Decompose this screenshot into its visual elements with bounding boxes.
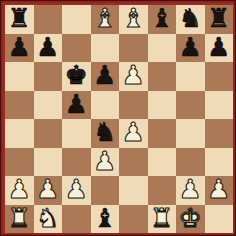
square-f4[interactable] — [148, 119, 177, 148]
square-a7[interactable]: ♟ — [5, 34, 34, 63]
square-d2[interactable] — [91, 176, 120, 205]
square-g4[interactable] — [176, 119, 205, 148]
square-e8[interactable]: ♝ — [119, 5, 148, 34]
square-c5[interactable]: ♟ — [62, 91, 91, 120]
square-g1[interactable]: ♚ — [176, 205, 205, 234]
square-e3[interactable] — [119, 148, 148, 177]
piece-black-bishop: ♝ — [150, 5, 173, 33]
piece-white-pawn: ♟ — [36, 176, 59, 204]
square-c3[interactable] — [62, 148, 91, 177]
square-f3[interactable] — [148, 148, 177, 177]
square-c1[interactable] — [62, 205, 91, 234]
square-g3[interactable] — [176, 148, 205, 177]
board-frame: ♜♝♝♝♞♜♟♟♟♟♚♟♟♟♞♟♟♟♟♟♟♟♜♞♝♜♚ — [0, 0, 236, 236]
square-f5[interactable] — [148, 91, 177, 120]
square-d3[interactable]: ♟ — [91, 148, 120, 177]
square-h2[interactable]: ♟ — [205, 176, 234, 205]
square-g8[interactable]: ♞ — [176, 5, 205, 34]
square-f7[interactable] — [148, 34, 177, 63]
piece-white-king: ♚ — [179, 205, 202, 233]
square-d8[interactable]: ♝ — [91, 5, 120, 34]
square-e7[interactable] — [119, 34, 148, 63]
square-a2[interactable]: ♟ — [5, 176, 34, 205]
square-a4[interactable] — [5, 119, 34, 148]
square-a3[interactable] — [5, 148, 34, 177]
piece-black-rook: ♜ — [207, 5, 230, 33]
piece-black-knight: ♞ — [179, 5, 202, 33]
piece-white-pawn: ♟ — [8, 176, 31, 204]
square-g7[interactable]: ♟ — [176, 34, 205, 63]
square-g2[interactable]: ♟ — [176, 176, 205, 205]
piece-white-pawn: ♟ — [122, 119, 145, 147]
square-h8[interactable]: ♜ — [205, 5, 234, 34]
piece-black-bishop: ♝ — [93, 205, 116, 233]
square-g5[interactable] — [176, 91, 205, 120]
square-f1[interactable]: ♜ — [148, 205, 177, 234]
piece-white-pawn: ♟ — [207, 176, 230, 204]
square-d1[interactable]: ♝ — [91, 205, 120, 234]
piece-white-bishop: ♝ — [122, 5, 145, 33]
piece-white-rook: ♜ — [150, 205, 173, 233]
piece-white-rook: ♜ — [8, 205, 31, 233]
square-f6[interactable] — [148, 62, 177, 91]
square-e1[interactable] — [119, 205, 148, 234]
square-a6[interactable] — [5, 62, 34, 91]
square-c6[interactable]: ♚ — [62, 62, 91, 91]
square-d4[interactable]: ♞ — [91, 119, 120, 148]
square-b7[interactable]: ♟ — [34, 34, 63, 63]
square-b2[interactable]: ♟ — [34, 176, 63, 205]
piece-black-pawn: ♟ — [8, 34, 31, 62]
piece-black-pawn: ♟ — [179, 34, 202, 62]
square-b1[interactable]: ♞ — [34, 205, 63, 234]
square-c7[interactable] — [62, 34, 91, 63]
square-b5[interactable] — [34, 91, 63, 120]
square-h4[interactable] — [205, 119, 234, 148]
piece-white-knight: ♞ — [36, 205, 59, 233]
square-d7[interactable] — [91, 34, 120, 63]
square-b3[interactable] — [34, 148, 63, 177]
piece-white-pawn: ♟ — [122, 62, 145, 90]
square-a8[interactable]: ♜ — [5, 5, 34, 34]
square-h5[interactable] — [205, 91, 234, 120]
square-h7[interactable]: ♟ — [205, 34, 234, 63]
square-f2[interactable] — [148, 176, 177, 205]
piece-white-pawn: ♟ — [65, 176, 88, 204]
square-c4[interactable] — [62, 119, 91, 148]
piece-white-pawn: ♟ — [93, 148, 116, 176]
piece-white-pawn: ♟ — [179, 176, 202, 204]
square-a1[interactable]: ♜ — [5, 205, 34, 234]
square-b4[interactable] — [34, 119, 63, 148]
square-e6[interactable]: ♟ — [119, 62, 148, 91]
square-e5[interactable] — [119, 91, 148, 120]
square-f8[interactable]: ♝ — [148, 5, 177, 34]
piece-black-knight: ♞ — [93, 119, 116, 147]
piece-black-pawn: ♟ — [36, 34, 59, 62]
piece-black-pawn: ♟ — [65, 91, 88, 119]
square-c2[interactable]: ♟ — [62, 176, 91, 205]
piece-black-pawn: ♟ — [93, 62, 116, 90]
square-g6[interactable] — [176, 62, 205, 91]
square-h3[interactable] — [205, 148, 234, 177]
square-c8[interactable] — [62, 5, 91, 34]
square-e2[interactable] — [119, 176, 148, 205]
square-h6[interactable] — [205, 62, 234, 91]
square-a5[interactable] — [5, 91, 34, 120]
chess-board: ♜♝♝♝♞♜♟♟♟♟♚♟♟♟♞♟♟♟♟♟♟♟♜♞♝♜♚ — [5, 5, 233, 233]
square-d6[interactable]: ♟ — [91, 62, 120, 91]
square-h1[interactable] — [205, 205, 234, 234]
piece-white-bishop: ♝ — [93, 5, 116, 33]
square-e4[interactable]: ♟ — [119, 119, 148, 148]
piece-black-rook: ♜ — [8, 5, 31, 33]
square-d5[interactable] — [91, 91, 120, 120]
square-b6[interactable] — [34, 62, 63, 91]
square-b8[interactable] — [34, 5, 63, 34]
piece-black-pawn: ♟ — [207, 34, 230, 62]
piece-black-king: ♚ — [65, 62, 88, 90]
